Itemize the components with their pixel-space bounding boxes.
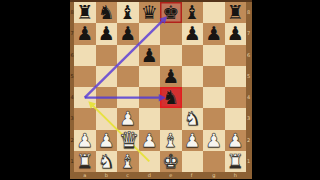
piece-white-pawn: ♟ xyxy=(141,131,158,150)
piece-black-pawn: ♟ xyxy=(98,24,115,43)
rank-label-5-left: 5 xyxy=(71,74,74,79)
piece-black-pawn: ♟ xyxy=(227,24,244,43)
square-b2[interactable]: ♟ xyxy=(96,130,118,151)
piece-black-pawn: ♟ xyxy=(141,46,158,65)
square-b5[interactable] xyxy=(96,66,118,87)
rank-label-1-right: 1 xyxy=(247,159,250,164)
square-c6[interactable] xyxy=(117,45,139,66)
file-label-a: a xyxy=(83,173,86,178)
piece-white-pawn: ♟ xyxy=(184,131,201,150)
square-d2[interactable]: ♟ xyxy=(139,130,161,151)
square-a1[interactable]: ♜ xyxy=(74,151,96,172)
rank-label-3-right: 3 xyxy=(247,116,250,121)
piece-black-pawn: ♟ xyxy=(205,24,222,43)
square-d6[interactable]: ♟ xyxy=(139,45,161,66)
square-d4[interactable] xyxy=(139,87,161,108)
piece-black-pawn: ♟ xyxy=(76,24,93,43)
square-e1[interactable]: ♚ xyxy=(160,151,182,172)
square-b8[interactable]: ♞ xyxy=(96,2,118,23)
square-b3[interactable] xyxy=(96,108,118,129)
square-d3[interactable] xyxy=(139,108,161,129)
square-b6[interactable] xyxy=(96,45,118,66)
piece-white-knight: ♞ xyxy=(98,152,115,171)
square-e6[interactable] xyxy=(160,45,182,66)
piece-white-king: ♚ xyxy=(162,152,179,171)
piece-white-pawn: ♟ xyxy=(98,131,115,150)
square-f7[interactable]: ♟ xyxy=(182,23,204,44)
square-c5[interactable] xyxy=(117,66,139,87)
piece-black-knight: ♞ xyxy=(98,3,115,22)
rank-label-8-right: 8 xyxy=(247,10,250,15)
square-f4[interactable] xyxy=(182,87,204,108)
square-c8[interactable]: ♝ xyxy=(117,2,139,23)
piece-white-rook: ♜ xyxy=(227,152,244,171)
square-f2[interactable]: ♟ xyxy=(182,130,204,151)
file-label-g: g xyxy=(212,173,215,178)
square-h2[interactable]: ♟ xyxy=(225,130,247,151)
rank-label-6-left: 6 xyxy=(71,53,74,58)
square-c1[interactable]: ♝ xyxy=(117,151,139,172)
piece-black-knight: ♞ xyxy=(162,88,179,107)
square-g2[interactable]: ♟ xyxy=(203,130,225,151)
rank-label-8-left: 8 xyxy=(71,10,74,15)
piece-black-bishop: ♝ xyxy=(184,3,201,22)
square-h8[interactable]: ♜ xyxy=(225,2,247,23)
square-a7[interactable]: ♟ xyxy=(74,23,96,44)
square-g1[interactable] xyxy=(203,151,225,172)
square-f3[interactable]: ♞ xyxy=(182,108,204,129)
square-e2[interactable]: ♝ xyxy=(160,130,182,151)
file-label-f: f xyxy=(191,173,193,178)
piece-black-pawn: ♟ xyxy=(184,24,201,43)
piece-white-bishop: ♝ xyxy=(162,131,179,150)
square-a4[interactable] xyxy=(74,87,96,108)
letterbox-right xyxy=(252,0,320,180)
square-e7[interactable] xyxy=(160,23,182,44)
square-d8[interactable]: ♛ xyxy=(139,2,161,23)
square-h3[interactable] xyxy=(225,108,247,129)
square-b4[interactable] xyxy=(96,87,118,108)
piece-white-pawn: ♟ xyxy=(76,131,93,150)
piece-black-pawn: ♟ xyxy=(162,67,179,86)
board-area: ♜♞♝♛♚♝♜♟♟♟♟♟♟♟♟♞♟♞♟♟♟♝♟♟♟♜♞♝♚♜ ♛ xyxy=(74,2,246,172)
square-h1[interactable]: ♜ xyxy=(225,151,247,172)
square-c7[interactable]: ♟ xyxy=(117,23,139,44)
board-grid: ♜♞♝♛♚♝♜♟♟♟♟♟♟♟♟♞♟♞♟♟♟♝♟♟♟♜♞♝♚♜ xyxy=(74,2,246,172)
letterbox-left xyxy=(0,0,70,180)
square-a5[interactable] xyxy=(74,66,96,87)
piece-white-knight: ♞ xyxy=(184,109,201,128)
file-label-d: d xyxy=(148,173,151,178)
piece-white-pawn: ♟ xyxy=(227,131,244,150)
square-d5[interactable] xyxy=(139,66,161,87)
square-e8[interactable]: ♚ xyxy=(160,2,182,23)
square-a2[interactable]: ♟ xyxy=(74,130,96,151)
square-h4[interactable] xyxy=(225,87,247,108)
piece-white-pawn: ♟ xyxy=(205,131,222,150)
square-e3[interactable] xyxy=(160,108,182,129)
square-c4[interactable] xyxy=(117,87,139,108)
square-b7[interactable]: ♟ xyxy=(96,23,118,44)
rank-label-7-left: 7 xyxy=(71,31,74,36)
piece-black-queen: ♛ xyxy=(141,3,158,22)
square-h7[interactable]: ♟ xyxy=(225,23,247,44)
square-b1[interactable]: ♞ xyxy=(96,151,118,172)
rank-label-2-left: 2 xyxy=(71,138,74,143)
file-label-b: b xyxy=(105,173,108,178)
piece-black-rook: ♜ xyxy=(76,3,93,22)
square-a6[interactable] xyxy=(74,45,96,66)
square-g4[interactable] xyxy=(203,87,225,108)
square-h6[interactable] xyxy=(225,45,247,66)
piece-black-rook: ♜ xyxy=(227,3,244,22)
square-g8[interactable] xyxy=(203,2,225,23)
chess-app-stage: ♜♞♝♛♚♝♜♟♟♟♟♟♟♟♟♞♟♞♟♟♟♝♟♟♟♜♞♝♚♜ ♛ abcdefg… xyxy=(0,0,320,180)
square-g5[interactable] xyxy=(203,66,225,87)
chess-board-frame: ♜♞♝♛♚♝♜♟♟♟♟♟♟♟♟♞♟♞♟♟♟♝♟♟♟♜♞♝♚♜ ♛ abcdefg… xyxy=(70,0,252,179)
piece-white-bishop: ♝ xyxy=(119,152,136,171)
rank-label-6-right: 6 xyxy=(247,53,250,58)
file-label-c: c xyxy=(126,173,129,178)
rank-label-2-right: 2 xyxy=(247,138,250,143)
rank-label-3-left: 3 xyxy=(71,116,74,121)
piece-black-king: ♚ xyxy=(162,3,179,22)
rank-label-5-right: 5 xyxy=(247,74,250,79)
file-label-h: h xyxy=(234,173,237,178)
square-g3[interactable] xyxy=(203,108,225,129)
rank-label-1-left: 1 xyxy=(71,159,74,164)
piece-black-pawn: ♟ xyxy=(119,24,136,43)
square-d1[interactable] xyxy=(139,151,161,172)
piece-black-bishop: ♝ xyxy=(119,3,136,22)
square-g6[interactable] xyxy=(203,45,225,66)
square-d7[interactable] xyxy=(139,23,161,44)
square-f5[interactable] xyxy=(182,66,204,87)
rank-label-7-right: 7 xyxy=(247,31,250,36)
square-e5[interactable]: ♟ xyxy=(160,66,182,87)
square-f1[interactable] xyxy=(182,151,204,172)
piece-white-queen-animating[interactable]: ♛ xyxy=(119,129,140,152)
piece-white-rook: ♜ xyxy=(76,152,93,171)
square-e4[interactable]: ♞ xyxy=(160,87,182,108)
rank-label-4-right: 4 xyxy=(247,95,250,100)
square-f8[interactable]: ♝ xyxy=(182,2,204,23)
square-a8[interactable]: ♜ xyxy=(74,2,96,23)
rank-label-4-left: 4 xyxy=(71,95,74,100)
file-label-e: e xyxy=(169,173,172,178)
square-f6[interactable] xyxy=(182,45,204,66)
square-h5[interactable] xyxy=(225,66,247,87)
square-g7[interactable]: ♟ xyxy=(203,23,225,44)
square-a3[interactable] xyxy=(74,108,96,129)
